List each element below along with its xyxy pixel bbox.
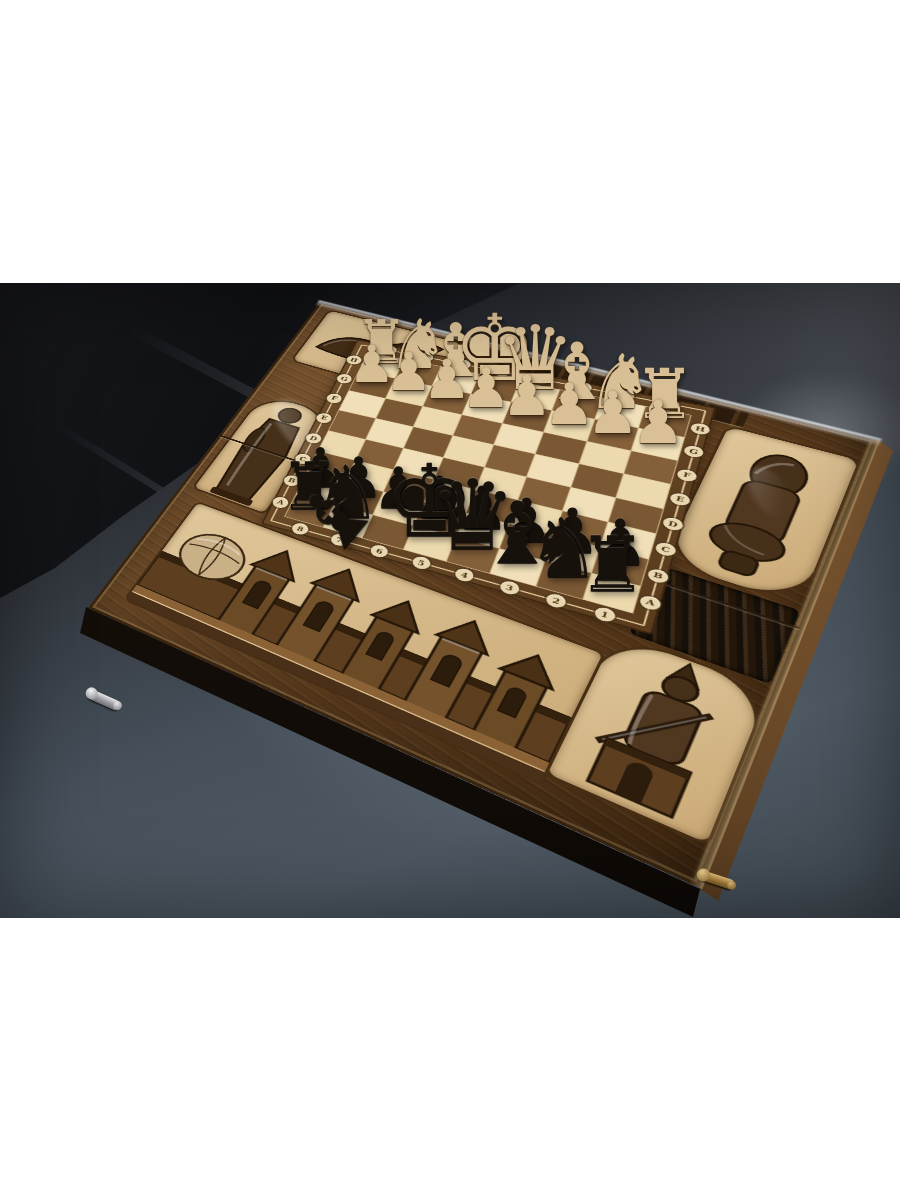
rank-label-1: 1 xyxy=(593,606,616,624)
file-label-B: B xyxy=(282,474,302,488)
rank-label-4: 4 xyxy=(454,567,476,583)
file-label-A: A xyxy=(271,495,291,509)
file-label-A: A xyxy=(639,594,663,612)
file-label-G: G xyxy=(335,373,353,385)
rank-label-1: 1 xyxy=(660,397,681,410)
file-label-D: D xyxy=(662,516,685,532)
rank-label-7: 7 xyxy=(416,351,435,362)
white-border-top xyxy=(0,0,900,283)
file-label-B: B xyxy=(646,567,669,584)
product-photo-page: { "game": "chess", "scene": { "descripti… xyxy=(0,0,900,1200)
rank-label-6: 6 xyxy=(369,543,390,558)
rank-label-5: 5 xyxy=(410,555,432,571)
brass-clasp-icon xyxy=(699,870,734,890)
rank-label-5: 5 xyxy=(492,366,511,378)
rank-label-2: 2 xyxy=(545,592,568,609)
rank-label-3: 3 xyxy=(498,579,520,596)
file-label-G: G xyxy=(683,445,705,459)
rank-label-2: 2 xyxy=(615,389,635,402)
rank-label-8: 8 xyxy=(380,345,398,356)
rank-label-6: 6 xyxy=(453,359,472,371)
steel-clasp-icon xyxy=(87,689,120,711)
rank-label-4: 4 xyxy=(532,373,552,385)
file-label-F: F xyxy=(676,468,698,483)
file-label-H: H xyxy=(345,354,363,365)
rank-label-7: 7 xyxy=(329,532,350,547)
product-photo: 88HH77GG66FF55EE44DD33CC22BB11AA ♜♞♝♚♛♝♞… xyxy=(0,283,900,918)
white-border-bottom xyxy=(0,918,900,1200)
file-label-C: C xyxy=(654,541,677,558)
rank-label-8: 8 xyxy=(290,522,310,537)
file-label-H: H xyxy=(690,422,711,436)
rank-label-3: 3 xyxy=(573,381,593,394)
file-label-E: E xyxy=(669,492,691,507)
file-label-F: F xyxy=(325,392,344,404)
